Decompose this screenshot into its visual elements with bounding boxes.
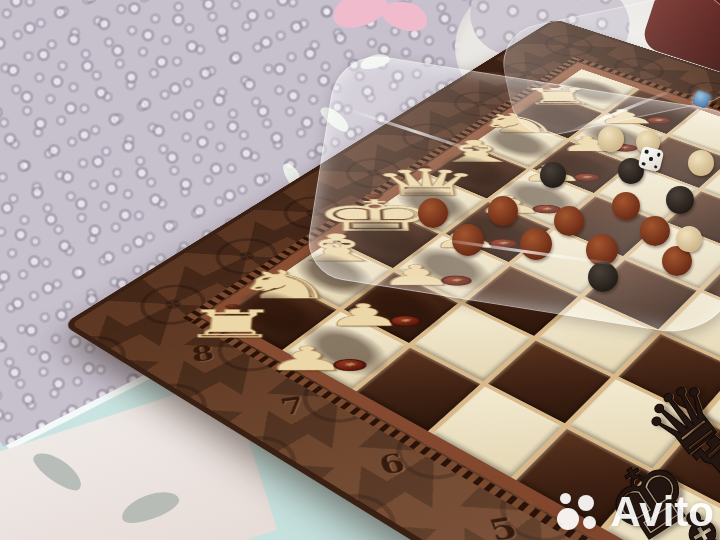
dark-ball-finial <box>225 304 241 309</box>
checker-darkc <box>540 162 566 188</box>
watermark-text: Avito <box>611 488 714 536</box>
checker-brown <box>612 192 640 220</box>
avito-watermark: Avito <box>556 488 714 536</box>
knight-glyph: ♞ <box>229 266 338 305</box>
checker-cream <box>676 226 702 252</box>
checker-brown <box>640 216 670 246</box>
checker-cream <box>688 150 714 176</box>
avito-logo-icon <box>556 490 602 534</box>
checker-darkc <box>666 186 694 214</box>
checker-brown <box>488 196 518 226</box>
checker-darkc <box>588 262 618 292</box>
checker-brown <box>554 206 584 236</box>
checker-cream <box>598 126 624 152</box>
listing-photo: 8765 ♜♞♝♛♚♝♞♜♟✶♟✶♟✶♟✶♟✶♟✶♟✶♟✶ ♛♚♜♝ Avito <box>0 0 720 540</box>
checker-brown <box>418 198 448 228</box>
